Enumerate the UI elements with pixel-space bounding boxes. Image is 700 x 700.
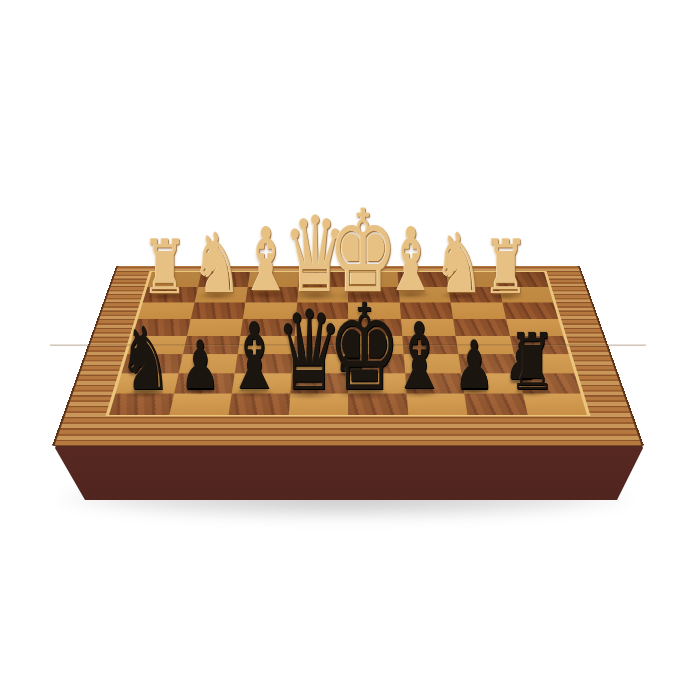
piece-black-pawn: ♟	[501, 342, 541, 387]
piece-white-king: ♚	[319, 209, 408, 308]
rook-glyph: ♜	[142, 229, 187, 304]
pieces-layer: ♜♞♝♛♚♝♞♜♟♟♞♟♝♛♚♝♟♜	[0, 0, 700, 700]
bishop-glyph: ♝	[384, 217, 437, 304]
king-glyph: ♚	[328, 195, 397, 309]
product-photo: ♜♞♝♛♚♝♞♜♟♟♞♟♝♛♚♝♟♜	[0, 0, 700, 700]
bishop-glyph: ♝	[226, 311, 282, 403]
knight-glyph: ♞	[192, 222, 242, 305]
pawn-glyph: ♟	[454, 332, 495, 399]
pawn-glyph: ♟	[335, 328, 366, 380]
piece-black-queen: ♛	[266, 309, 352, 405]
piece-black-knight: ♞	[111, 327, 179, 403]
bishop-glyph: ♝	[239, 217, 292, 304]
piece-white-rook: ♜	[477, 239, 535, 304]
knight-glyph: ♞	[434, 222, 484, 305]
queen-glyph: ♛	[275, 295, 342, 405]
king-glyph: ♚	[328, 288, 401, 408]
piece-white-bishop: ♝	[232, 228, 300, 304]
piece-black-king: ♚	[317, 303, 410, 407]
piece-white-knight: ♞	[427, 232, 492, 304]
pawn-glyph: ♟	[505, 336, 536, 388]
piece-black-bishop: ♝	[218, 322, 290, 402]
piece-black-pawn: ♟	[174, 340, 226, 398]
piece-black-pawn: ♟	[331, 334, 371, 379]
pawn-glyph: ♟	[180, 332, 221, 399]
piece-white-queen: ♛	[274, 215, 356, 306]
piece-white-knight: ♞	[185, 232, 250, 304]
rook-glyph: ♜	[508, 323, 556, 401]
bishop-glyph: ♝	[391, 311, 447, 403]
knight-glyph: ♞	[118, 316, 171, 403]
queen-glyph: ♛	[283, 202, 347, 307]
piece-white-rook: ♜	[136, 239, 194, 304]
piece-black-pawn: ♟	[448, 340, 500, 398]
piece-black-bishop: ♝	[383, 322, 455, 402]
rook-glyph: ♜	[483, 229, 528, 304]
piece-white-bishop: ♝	[377, 228, 445, 304]
piece-black-rook: ♜	[502, 333, 563, 401]
